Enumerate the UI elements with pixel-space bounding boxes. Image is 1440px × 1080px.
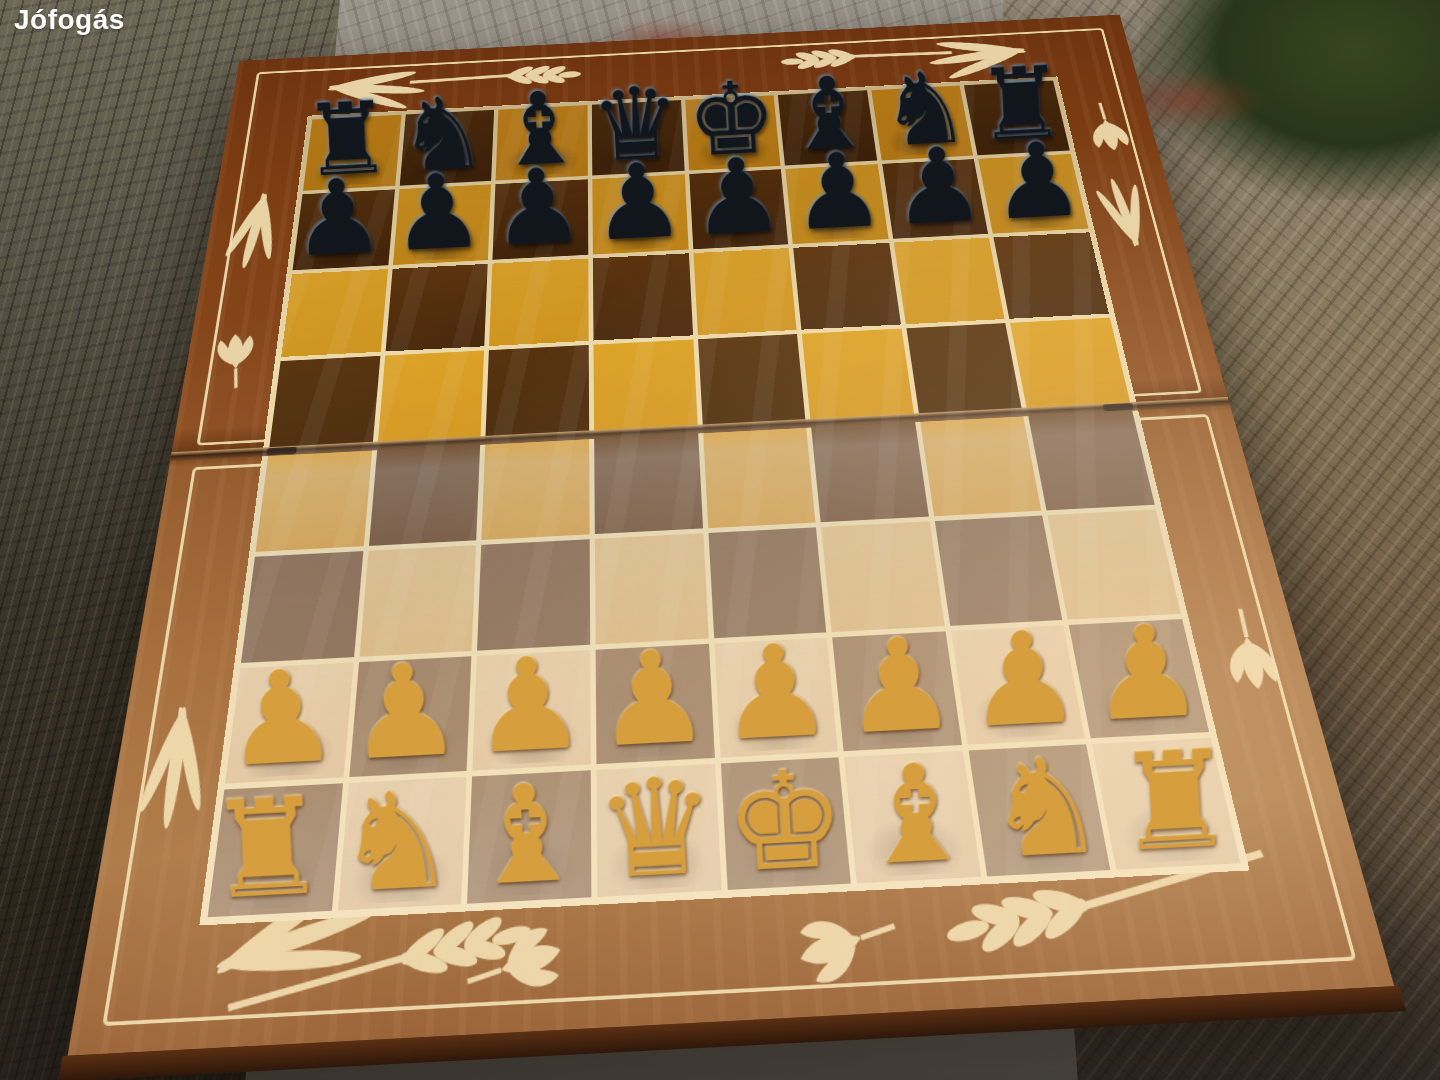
piece-white-pawn: ♟ — [715, 629, 836, 756]
square-b2: ♟ — [349, 656, 472, 778]
square-g2: ♟ — [951, 625, 1086, 745]
piece-black-pawn: ♟ — [889, 135, 987, 238]
piece-white-pawn: ♟ — [592, 635, 713, 762]
square-f7: ♟ — [785, 164, 888, 244]
piece-black-pawn: ♟ — [789, 140, 887, 243]
piece-white-pawn: ♟ — [468, 641, 589, 768]
photo-frame: ♜♞♝♛♚♝♞♜♟♟♟♟♟♟♟♟♟♟♟♟♟♟♟♟♜♞♝♛♚♝♞♜ Jófogás — [0, 0, 1440, 1080]
piece-white-bishop: ♝ — [463, 768, 590, 901]
piece-white-knight: ♞ — [333, 774, 460, 907]
square-e7: ♟ — [689, 169, 789, 250]
piece-white-king: ♚ — [722, 754, 849, 887]
piece-white-rook: ♜ — [1112, 734, 1239, 867]
piece-white-pawn: ♟ — [963, 616, 1084, 743]
piece-white-queen: ♛ — [592, 761, 719, 894]
piece-black-pawn: ♟ — [389, 161, 487, 264]
piece-black-pawn: ♟ — [689, 145, 787, 248]
piece-white-pawn: ♟ — [1086, 609, 1207, 736]
piece-white-pawn: ♟ — [221, 654, 342, 781]
square-a7: ♟ — [293, 189, 395, 270]
piece-black-pawn: ♟ — [989, 129, 1087, 232]
square-b7: ♟ — [393, 184, 492, 265]
piece-black-pawn: ♟ — [489, 156, 587, 259]
chess-board: ♜♞♝♛♚♝♞♜♟♟♟♟♟♟♟♟♟♟♟♟♟♟♟♟♜♞♝♛♚♝♞♜ — [68, 15, 1395, 1056]
square-e2: ♟ — [714, 637, 838, 758]
piece-white-pawn: ♟ — [345, 648, 466, 775]
piece-black-pawn: ♟ — [289, 166, 387, 269]
square-e1: ♚ — [720, 758, 851, 890]
square-h7: ♟ — [978, 154, 1088, 234]
scene: ♜♞♝♛♚♝♞♜♟♟♟♟♟♟♟♟♟♟♟♟♟♟♟♟♜♞♝♛♚♝♞♜ — [0, 0, 1440, 1080]
square-c7: ♟ — [493, 179, 588, 260]
square-f2: ♟ — [832, 631, 962, 751]
piece-black-pawn: ♟ — [589, 150, 687, 253]
piece-white-pawn: ♟ — [839, 622, 960, 749]
square-g7: ♟ — [882, 159, 989, 239]
square-c2: ♟ — [473, 650, 591, 771]
piece-white-knight: ♞ — [982, 740, 1109, 873]
square-b1: ♞ — [337, 777, 466, 910]
square-a1: ♜ — [208, 784, 343, 918]
square-c1: ♝ — [467, 771, 591, 904]
square-d7: ♟ — [592, 174, 688, 255]
square-d1: ♛ — [596, 764, 721, 897]
piece-white-rook: ♜ — [203, 781, 330, 914]
piece-white-bishop: ♝ — [852, 747, 979, 880]
square-g1: ♞ — [968, 745, 1110, 877]
square-f1: ♝ — [844, 751, 981, 883]
square-d2: ♟ — [596, 644, 715, 765]
watermark: Jófogás — [14, 4, 125, 36]
